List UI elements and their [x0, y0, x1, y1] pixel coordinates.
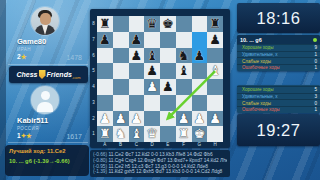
piece-white-knight[interactable]: ♞	[115, 126, 127, 142]
piece-black-pawn[interactable]: ♟	[209, 32, 221, 48]
square-d3[interactable]	[144, 95, 160, 111]
divider	[8, 64, 88, 65]
square-a1[interactable]: ♜	[97, 126, 113, 142]
player-bottom-name[interactable]: Kabir511	[17, 116, 48, 125]
player-top-name[interactable]: Game80	[17, 37, 46, 46]
file-label-h: H	[207, 142, 223, 147]
square-d5[interactable]: ♟	[144, 63, 160, 79]
square-d2[interactable]	[144, 111, 160, 127]
last-move-label: 10. ... g6	[240, 37, 262, 43]
piece-white-pawn[interactable]: ♟	[146, 79, 158, 95]
file-labels: ABCDEFGH	[97, 142, 223, 147]
square-d6[interactable]: ♝	[144, 48, 160, 64]
logo-com: .com	[72, 75, 81, 80]
square-e8[interactable]: ♚	[160, 16, 176, 32]
square-e3[interactable]	[160, 95, 176, 111]
stat-value: 1	[314, 107, 317, 112]
file-label-a: A	[97, 142, 113, 147]
stat-row: Слабые ходы0	[237, 99, 320, 106]
square-f1[interactable]: ♜	[176, 126, 192, 142]
piece-white-king[interactable]: ♚	[194, 126, 206, 142]
square-f5[interactable]: ♝	[176, 63, 192, 79]
stat-value: 1	[314, 52, 317, 57]
stat-row: Ошибочные ходы1	[237, 64, 320, 71]
engine-line-moves: 11.Сg4 Сxg4 12.Фxg4 Фd7 13.Фxd7+ Крxd7 1…	[108, 158, 227, 163]
square-h5[interactable]: ♝	[207, 63, 223, 79]
square-c1[interactable]: ♝	[129, 126, 145, 142]
engine-analysis-panel: (-0.66) 11.Сe2 Фc7 12.Кd2 0-0 13.Кb3 Лfe…	[90, 150, 230, 177]
rank-label-2: 2	[90, 111, 97, 127]
square-b4[interactable]	[113, 79, 129, 95]
player-bottom-rating: 1617	[50, 133, 82, 140]
square-g3[interactable]	[192, 95, 208, 111]
engine-line: (-1.39) 11.Кd2 gxh5 12.Фxh5 Фd7 13.Кb3 0…	[93, 169, 227, 175]
square-g4[interactable]	[192, 79, 208, 95]
square-h8[interactable]: ♜	[207, 16, 223, 32]
square-f8[interactable]	[176, 16, 192, 32]
engine-line-eval: (-0.80)	[93, 158, 108, 163]
star-icon: ✦★	[21, 132, 32, 139]
piece-black-rook[interactable]: ♜	[99, 16, 111, 32]
avatar-silhouette-head	[41, 91, 50, 100]
square-e5[interactable]	[160, 63, 176, 79]
square-a5[interactable]	[97, 63, 113, 79]
move-stats-bottom: Хорошие ходы5Удивительные, х3Слабые ходы…	[237, 85, 320, 113]
stat-value: 0	[314, 101, 317, 106]
avatar-silhouette-torso	[37, 102, 53, 112]
square-c3[interactable]	[129, 95, 145, 111]
square-b8[interactable]	[113, 16, 129, 32]
piece-black-pawn[interactable]: ♟	[162, 79, 174, 95]
engine-line-moves: 11.Сe2 Фc7 12.Кd2 0-0 13.Кb3 Лfe8 14.Фd2…	[108, 152, 212, 157]
piece-black-knight[interactable]: ♞	[178, 48, 190, 64]
stat-row: Ошибочные ходы1	[237, 106, 320, 113]
piece-black-pawn[interactable]: ♟	[99, 32, 111, 48]
square-f6[interactable]: ♞	[176, 48, 192, 64]
square-d7[interactable]	[144, 32, 160, 48]
square-h3[interactable]	[207, 95, 223, 111]
last-move-header[interactable]: 10. ... g6	[237, 35, 320, 44]
square-g5[interactable]	[192, 63, 208, 79]
piece-white-pawn[interactable]: ♟	[115, 111, 127, 127]
stat-row: Слабые ходы0	[237, 57, 320, 64]
file-label-e: E	[160, 142, 176, 147]
rank-label-3: 3	[90, 95, 97, 111]
file-label-b: B	[113, 142, 129, 147]
square-g2[interactable]: ♟	[192, 111, 208, 127]
square-a4[interactable]	[97, 79, 113, 95]
stat-row: Хорошие ходы9	[237, 44, 320, 51]
player-bottom-medals: 1✦★	[17, 132, 32, 140]
piece-black-bishop[interactable]: ♝	[178, 63, 190, 79]
square-c7[interactable]: ♟	[129, 32, 145, 48]
square-c6[interactable]: ♟	[129, 48, 145, 64]
stat-label: Удивительные, х	[242, 52, 278, 57]
stat-rows: Хорошие ходы5Удивительные, х3Слабые ходы…	[237, 86, 320, 113]
last-move-eval-text: 10. ... g6 (-1.39→-0.66)	[9, 158, 85, 164]
engine-line-eval: (-0.95)	[93, 164, 108, 169]
engine-line-eval: (-1.39)	[93, 169, 108, 174]
piece-black-bishop[interactable]: ♝	[146, 48, 158, 64]
square-h1[interactable]	[207, 126, 223, 142]
square-b1[interactable]: ♞	[113, 126, 129, 142]
square-h2[interactable]: ♟	[207, 111, 223, 127]
stat-label: Слабые ходы	[242, 59, 271, 64]
clock-top: 18:16	[237, 3, 320, 33]
square-h4[interactable]	[207, 79, 223, 95]
file-label-g: G	[192, 142, 208, 147]
piece-white-rook[interactable]: ♜	[99, 126, 111, 142]
rank-label-5: 5	[90, 63, 97, 79]
engine-line-moves: 11.Кd2 gxh5 12.Фxh5 Фd7 13.Кb3 0-0-0 14.…	[108, 169, 222, 174]
square-b7[interactable]	[113, 32, 129, 48]
stat-value: 0	[314, 59, 317, 64]
piece-black-pawn[interactable]: ♟	[146, 63, 158, 79]
player-top-country: ИРАН	[17, 47, 31, 52]
piece-white-pawn[interactable]: ♟	[99, 111, 111, 127]
square-b6[interactable]	[113, 48, 129, 64]
piece-white-bishop[interactable]: ♝	[209, 63, 221, 79]
square-e6[interactable]	[160, 48, 176, 64]
square-f3[interactable]	[176, 95, 192, 111]
file-label-c: C	[129, 142, 145, 147]
stat-label: Хорошие ходы	[242, 45, 273, 50]
stat-value: 9	[314, 45, 317, 50]
rank-label-7: 7	[90, 32, 97, 48]
avatar[interactable]	[31, 86, 59, 114]
best-move-text: Лучший ход: 11.Сe2	[9, 148, 85, 154]
square-a8[interactable]: ♜	[97, 16, 113, 32]
piece-black-pawn[interactable]: ♟	[194, 48, 206, 64]
rank-label-1: 1	[90, 126, 97, 142]
stat-label: Удивительные, х	[242, 94, 278, 99]
stat-label: Ошибочные ходы	[242, 65, 280, 70]
rank-label-6: 6	[90, 48, 97, 64]
good-move-dot-icon	[313, 38, 317, 42]
stat-row: Удивительные, х3	[237, 93, 320, 100]
square-f4[interactable]	[176, 79, 192, 95]
piece-black-pawn[interactable]: ♟	[131, 48, 143, 64]
square-d1[interactable]: ♛	[144, 126, 160, 142]
shield-icon	[39, 70, 46, 79]
square-g7[interactable]	[192, 32, 208, 48]
square-h6[interactable]	[207, 48, 223, 64]
piece-white-pawn[interactable]: ♟	[178, 111, 190, 127]
chess-board[interactable]: ♜♛♚♜♟♟♟♟♝♞♟♟♝♝♟♟♟♟♟♟♟♟♜♞♝♛♜♚	[97, 16, 223, 142]
stat-label: Слабые ходы	[242, 101, 271, 106]
piece-black-rook[interactable]: ♜	[209, 16, 221, 32]
piece-black-pawn[interactable]: ♟	[131, 32, 143, 48]
stat-rows: Хорошие ходы9Удивительные, х1Слабые ходы…	[237, 44, 320, 71]
divider	[8, 142, 88, 143]
stat-value: 3	[314, 94, 317, 99]
file-label-d: D	[144, 142, 160, 147]
stat-value: 1	[314, 65, 317, 70]
square-b5[interactable]	[113, 63, 129, 79]
piece-black-king[interactable]: ♚	[162, 16, 174, 32]
square-d4[interactable]: ♟	[144, 79, 160, 95]
square-g6[interactable]: ♟	[192, 48, 208, 64]
stat-label: Ошибочные ходы	[242, 107, 280, 112]
square-e7[interactable]	[160, 32, 176, 48]
star-icon: ★	[21, 53, 27, 60]
player-bottom-country: РОССИЯ	[17, 126, 39, 131]
rank-label-4: 4	[90, 79, 97, 95]
piece-white-bishop[interactable]: ♝	[131, 126, 143, 142]
stat-row: Хорошие ходы5	[237, 86, 320, 93]
square-a2[interactable]: ♟	[97, 111, 113, 127]
square-a3[interactable]	[97, 95, 113, 111]
file-label-f: F	[176, 142, 192, 147]
chessfriends-analysis-screen: Game80 ИРАН 2★ 1478 Chess Friends .com K…	[0, 0, 320, 180]
piece-white-pawn[interactable]: ♟	[209, 111, 221, 127]
clock-bottom-time: 19:27	[257, 121, 301, 140]
square-a6[interactable]	[97, 48, 113, 64]
square-b2[interactable]: ♟	[113, 111, 129, 127]
avatar-face	[40, 13, 51, 25]
square-b3[interactable]	[113, 95, 129, 111]
best-move-box: Лучший ход: 11.Сe2 10. ... g6 (-1.39→-0.…	[5, 145, 89, 176]
piece-white-queen[interactable]: ♛	[146, 126, 158, 142]
clock-top-time: 18:16	[257, 9, 301, 28]
square-e4[interactable]: ♟	[160, 79, 176, 95]
square-c8[interactable]	[129, 16, 145, 32]
square-c2[interactable]: ♟	[129, 111, 145, 127]
square-d8[interactable]: ♛	[144, 16, 160, 32]
stat-label: Хорошие ходы	[242, 87, 273, 92]
piece-black-queen[interactable]: ♛	[146, 16, 158, 32]
chessfriends-logo[interactable]: Chess Friends .com	[9, 66, 88, 83]
piece-white-pawn[interactable]: ♟	[131, 111, 143, 127]
player-top-medals: 2★	[17, 53, 26, 61]
piece-white-rook[interactable]: ♜	[178, 126, 190, 142]
logo-friends: Friends	[47, 71, 72, 78]
square-c4[interactable]	[129, 79, 145, 95]
square-e1[interactable]	[160, 126, 176, 142]
piece-white-pawn[interactable]: ♟	[194, 111, 206, 127]
logo-chess: Chess	[17, 71, 38, 78]
square-a7[interactable]: ♟	[97, 32, 113, 48]
player-top-rating: 1478	[50, 54, 82, 61]
clock-bottom: 19:27	[237, 114, 320, 146]
square-h7[interactable]: ♟	[207, 32, 223, 48]
rank-label-8: 8	[90, 16, 97, 32]
stat-value: 5	[314, 87, 317, 92]
square-f7[interactable]	[176, 32, 192, 48]
rank-labels: 87654321	[90, 16, 97, 142]
stat-row: Удивительные, х1	[237, 51, 320, 58]
avatar[interactable]	[31, 7, 59, 35]
square-f2[interactable]: ♟	[176, 111, 192, 127]
square-g1[interactable]: ♚	[192, 126, 208, 142]
square-c5[interactable]	[129, 63, 145, 79]
board-frame: 87654321 ♜♛♚♜♟♟♟♟♝♞♟♟♝♝♟♟♟♟♟♟♟♟♜♞♝♛♜♚ AB…	[90, 9, 230, 148]
square-g8[interactable]	[192, 16, 208, 32]
move-stats-top: 10. ... g6 Хорошие ходы9Удивительные, х1…	[237, 35, 320, 71]
square-e2[interactable]	[160, 111, 176, 127]
engine-line-moves: 11.Сe2 h5 12.c3 Фc7 13.g3 0-0-0 14.Кd2 Л…	[108, 164, 207, 169]
engine-line-eval: (-0.66)	[93, 152, 108, 157]
